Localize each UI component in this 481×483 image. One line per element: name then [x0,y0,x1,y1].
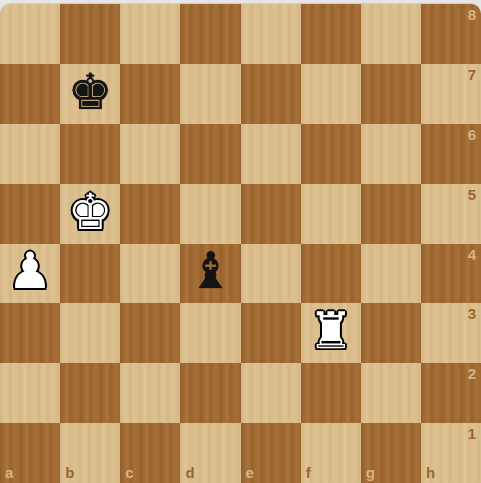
square-a8[interactable] [0,4,60,64]
square-b7[interactable]: ♚ [60,64,120,124]
rank-label-1: 1 [468,426,476,441]
black-king-piece[interactable]: ♚ [68,67,113,117]
square-a4[interactable]: ♟ [0,244,60,304]
rank-label-6: 6 [468,127,476,142]
square-c5[interactable] [120,184,180,244]
square-c6[interactable] [120,124,180,184]
square-a2[interactable] [0,363,60,423]
square-h2[interactable]: 2 [421,363,481,423]
white-king-piece[interactable]: ♚ [68,187,113,237]
square-e6[interactable] [241,124,301,184]
square-h5[interactable]: 5 [421,184,481,244]
square-d3[interactable] [180,303,240,363]
square-b6[interactable] [60,124,120,184]
square-a3[interactable] [0,303,60,363]
square-b2[interactable] [60,363,120,423]
square-g4[interactable] [361,244,421,304]
square-a1[interactable]: a [0,423,60,483]
square-g5[interactable] [361,184,421,244]
square-h6[interactable]: 6 [421,124,481,184]
square-e2[interactable] [241,363,301,423]
square-g7[interactable] [361,64,421,124]
white-pawn-piece[interactable]: ♟ [8,246,53,296]
chess-board: 8♚76♚5♟♝4♜32abcdefg1h [0,4,481,483]
square-e7[interactable] [241,64,301,124]
file-label-e: e [246,465,254,480]
square-e8[interactable] [241,4,301,64]
square-c2[interactable] [120,363,180,423]
square-e1[interactable]: e [241,423,301,483]
square-b1[interactable]: b [60,423,120,483]
square-h4[interactable]: 4 [421,244,481,304]
square-e4[interactable] [241,244,301,304]
file-label-f: f [306,465,311,480]
rank-label-2: 2 [468,366,476,381]
square-g2[interactable] [361,363,421,423]
square-f5[interactable] [301,184,361,244]
square-h3[interactable]: 3 [421,303,481,363]
square-g1[interactable]: g [361,423,421,483]
white-rook-piece[interactable]: ♜ [308,306,353,356]
square-c3[interactable] [120,303,180,363]
square-a5[interactable] [0,184,60,244]
square-d1[interactable]: d [180,423,240,483]
square-g8[interactable] [361,4,421,64]
rank-label-3: 3 [468,306,476,321]
square-b5[interactable]: ♚ [60,184,120,244]
square-f2[interactable] [301,363,361,423]
square-h7[interactable]: 7 [421,64,481,124]
square-a7[interactable] [0,64,60,124]
square-b4[interactable] [60,244,120,304]
square-f1[interactable]: f [301,423,361,483]
square-d6[interactable] [180,124,240,184]
square-f4[interactable] [301,244,361,304]
rank-label-7: 7 [468,67,476,82]
square-f7[interactable] [301,64,361,124]
square-c1[interactable]: c [120,423,180,483]
square-f8[interactable] [301,4,361,64]
square-d7[interactable] [180,64,240,124]
square-h1[interactable]: 1h [421,423,481,483]
square-b8[interactable] [60,4,120,64]
file-label-g: g [366,465,375,480]
file-label-h: h [426,465,435,480]
rank-label-8: 8 [468,7,476,22]
square-c4[interactable] [120,244,180,304]
square-f6[interactable] [301,124,361,184]
square-h8[interactable]: 8 [421,4,481,64]
square-d2[interactable] [180,363,240,423]
black-bishop-piece[interactable]: ♝ [188,246,233,296]
square-e5[interactable] [241,184,301,244]
rank-label-5: 5 [468,187,476,202]
square-d4[interactable]: ♝ [180,244,240,304]
page: 8♚76♚5♟♝4♜32abcdefg1h [0,0,481,483]
square-c8[interactable] [120,4,180,64]
rank-label-4: 4 [468,247,476,262]
file-label-d: d [185,465,194,480]
square-a6[interactable] [0,124,60,184]
square-b3[interactable] [60,303,120,363]
file-label-b: b [65,465,74,480]
square-d8[interactable] [180,4,240,64]
square-g3[interactable] [361,303,421,363]
square-d5[interactable] [180,184,240,244]
square-c7[interactable] [120,64,180,124]
square-g6[interactable] [361,124,421,184]
square-e3[interactable] [241,303,301,363]
file-label-a: a [5,465,13,480]
file-label-c: c [125,465,133,480]
square-f3[interactable]: ♜ [301,303,361,363]
